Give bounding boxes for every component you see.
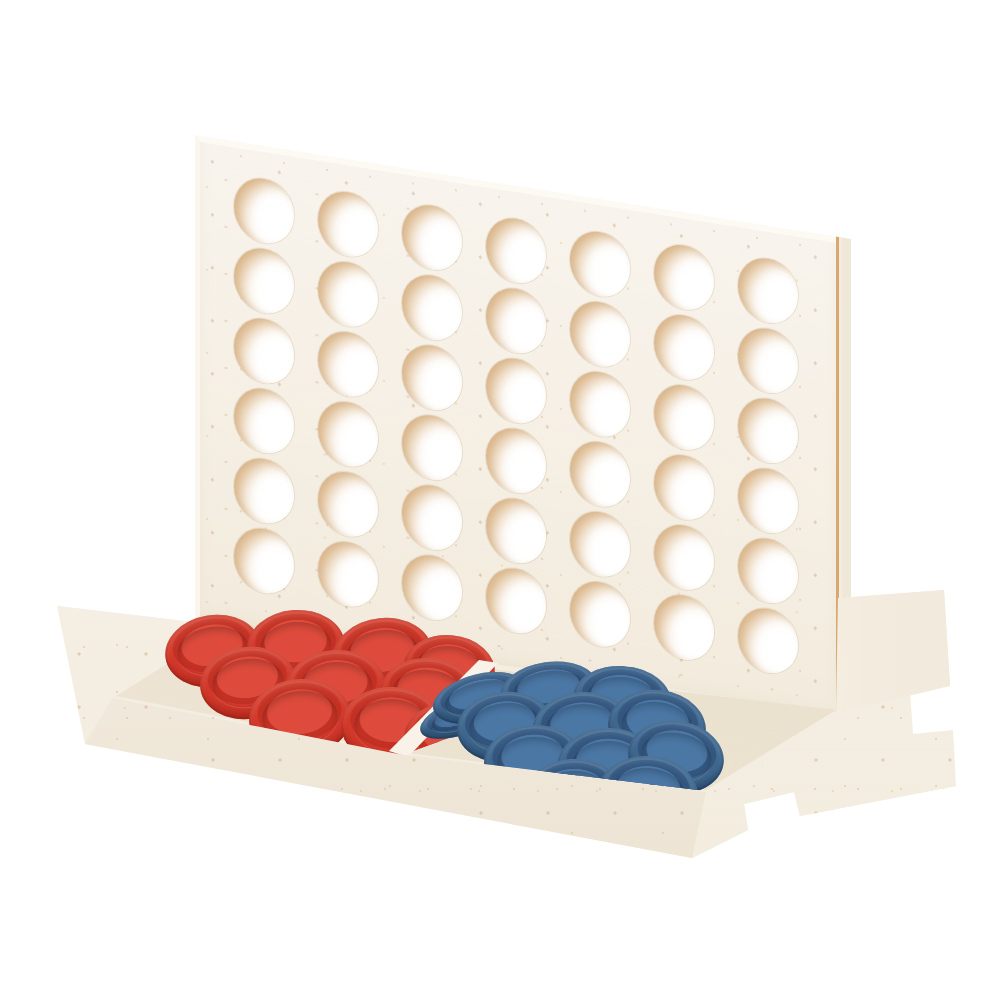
hole [738, 534, 798, 608]
hole [654, 591, 714, 665]
hole [654, 451, 714, 525]
hole [570, 577, 630, 651]
hole [402, 411, 462, 485]
hole [738, 464, 798, 538]
hole [318, 397, 378, 471]
hole [402, 481, 462, 555]
hole [318, 257, 378, 331]
hole [570, 297, 630, 371]
hole [570, 227, 630, 301]
product-photo-scene [0, 0, 1000, 1000]
hole [234, 454, 294, 528]
hole [654, 381, 714, 455]
hole [234, 314, 294, 388]
hole [486, 354, 546, 428]
hole [738, 254, 798, 328]
hole [402, 201, 462, 275]
hole [570, 437, 630, 511]
hole [486, 214, 546, 288]
hole [738, 394, 798, 468]
hole [654, 521, 714, 595]
hole [654, 241, 714, 315]
hole [234, 244, 294, 318]
hole [234, 524, 294, 598]
hole [738, 604, 798, 678]
hole [570, 507, 630, 581]
hole [318, 537, 378, 611]
hole [402, 271, 462, 345]
hole [234, 384, 294, 458]
hole [318, 467, 378, 541]
hole [318, 327, 378, 401]
hole [402, 341, 462, 415]
hole [570, 367, 630, 441]
hole [318, 187, 378, 261]
hole [486, 424, 546, 498]
hole [738, 324, 798, 398]
hole [234, 174, 294, 248]
hole [654, 311, 714, 385]
hole [486, 284, 546, 358]
hole [486, 494, 546, 568]
